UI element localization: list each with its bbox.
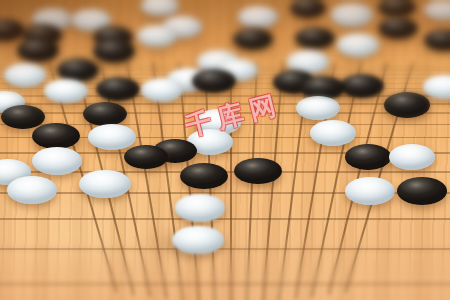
go-board-photo: 千库网 [0, 0, 450, 300]
go-stone-white [79, 170, 131, 199]
go-stone-black [180, 163, 228, 189]
go-stone-black [345, 144, 391, 169]
go-stone-white [7, 176, 57, 204]
go-stone-white [345, 177, 395, 205]
go-stone-black [397, 177, 447, 205]
go-stone-white [175, 194, 225, 222]
go-stone-white [389, 144, 435, 169]
board-line-horizontal [0, 218, 450, 220]
background-blur-overlay [0, 0, 450, 128]
go-stone-black [234, 158, 282, 184]
go-stone-black [124, 145, 168, 169]
foreground-blur-overlay [0, 232, 450, 300]
go-stone-white [32, 147, 82, 175]
